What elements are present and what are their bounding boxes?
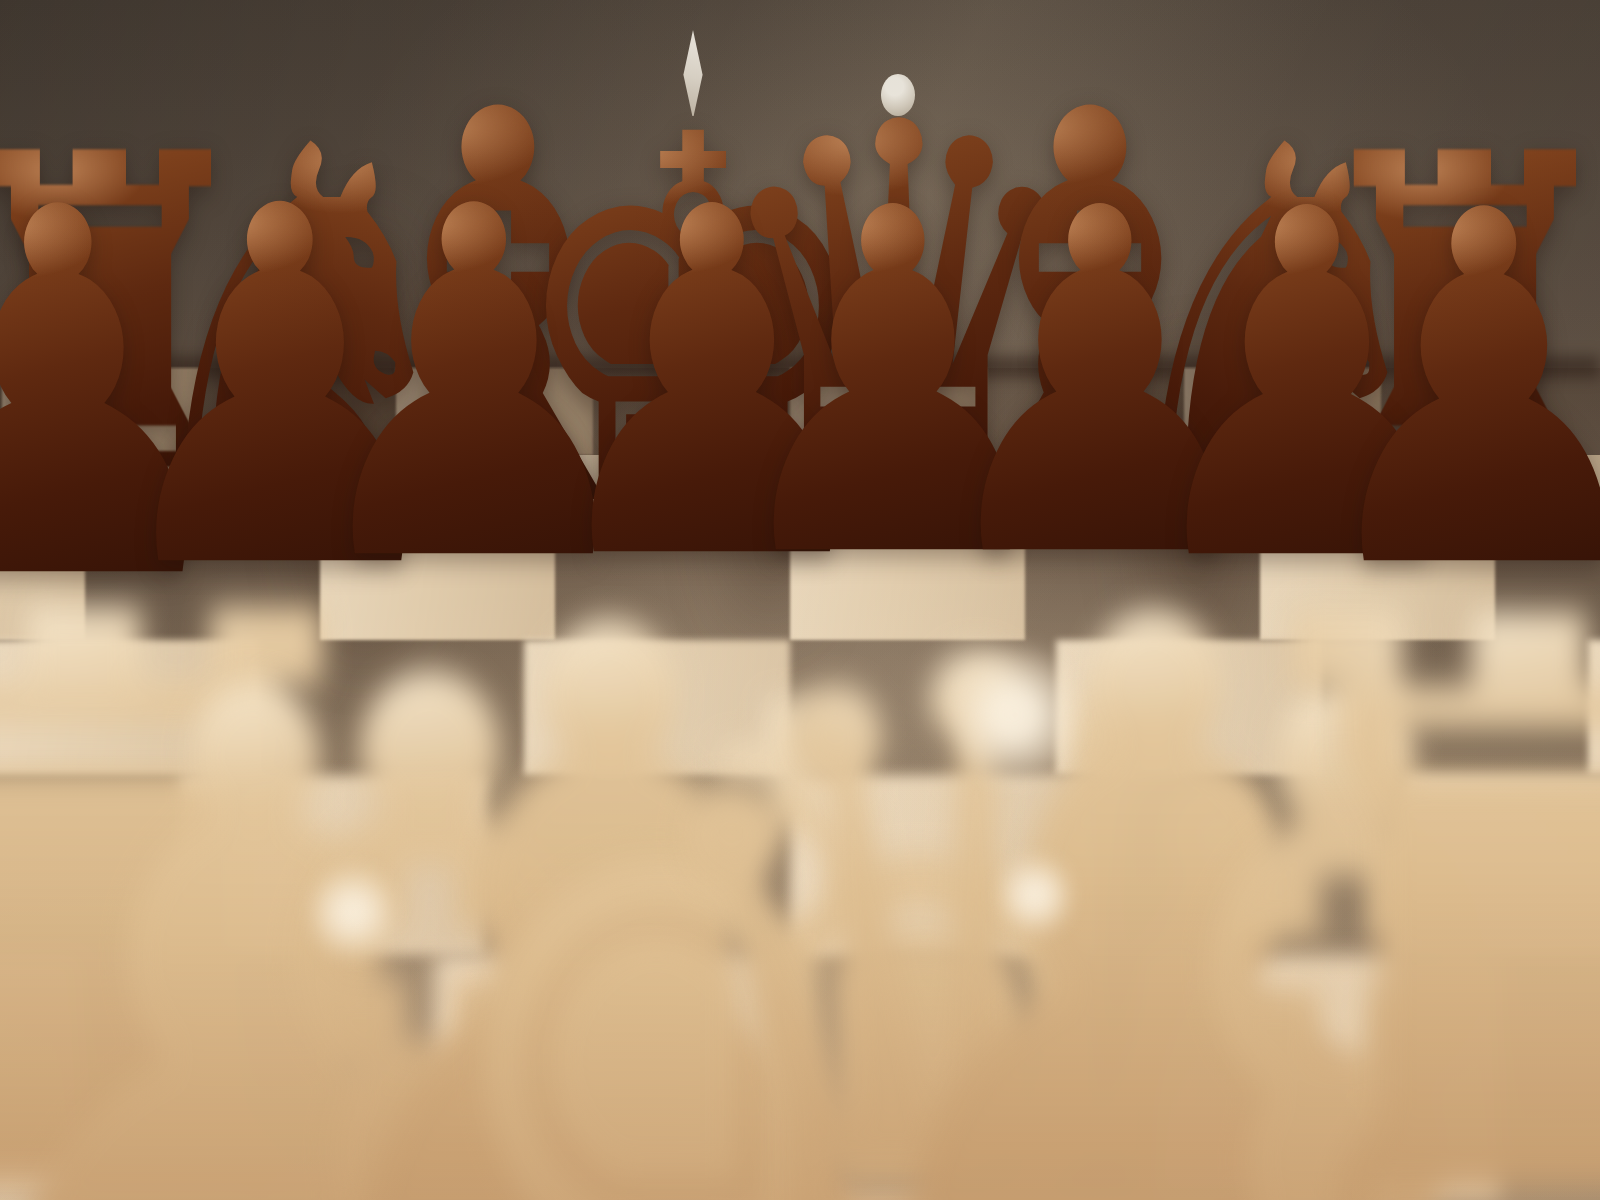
blurred-white-rook: ♜ [1152,498,1600,1200]
chessboard-photo: ♜♞♝♚♛♝♞♜♟♟♟♟♟♟♟♟ ♜♟♝♟♚♛♟♝♜ [0,0,1600,1200]
bokeh-highlight [310,862,396,962]
bokeh-highlight [1000,850,1070,940]
bokeh-highlight [950,640,1080,790]
